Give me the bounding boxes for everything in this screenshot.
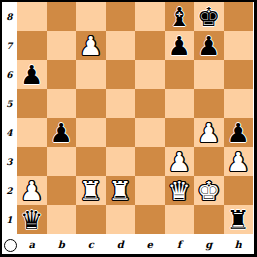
- square-e1[interactable]: [135, 205, 165, 234]
- black-king[interactable]: ♚: [197, 4, 220, 30]
- square-f5[interactable]: [165, 89, 195, 118]
- square-c6[interactable]: [76, 60, 106, 89]
- rank-label-7: 7: [2, 31, 17, 60]
- square-c3[interactable]: [76, 147, 106, 176]
- square-f2[interactable]: ♛: [165, 176, 195, 205]
- square-c1[interactable]: [76, 205, 106, 234]
- rank-label-6: 6: [2, 60, 17, 89]
- square-c4[interactable]: [76, 118, 106, 147]
- square-a1[interactable]: ♛: [17, 205, 47, 234]
- black-pawn[interactable]: ♟: [20, 62, 43, 88]
- rank-label-1: 1: [2, 205, 17, 234]
- square-a5[interactable]: [17, 89, 47, 118]
- file-label-d: d: [106, 235, 136, 253]
- white-pawn[interactable]: ♟: [227, 149, 250, 175]
- square-g4[interactable]: ♟: [194, 118, 224, 147]
- square-e8[interactable]: [135, 2, 165, 31]
- black-rook[interactable]: ♜: [227, 207, 250, 233]
- square-h8[interactable]: [224, 2, 254, 31]
- black-bishop[interactable]: ♝: [168, 4, 191, 30]
- square-h2[interactable]: [224, 176, 254, 205]
- square-b2[interactable]: [47, 176, 77, 205]
- square-a6[interactable]: ♟: [17, 60, 47, 89]
- square-f1[interactable]: [165, 205, 195, 234]
- diagram-background: ♝♚♟♟♟♟♟♟♟♟♟♟♜♜♛♚♛♜ 87654321 abcdefgh: [2, 2, 254, 254]
- white-to-move-indicator: [4, 239, 17, 252]
- white-pawn[interactable]: ♟: [79, 33, 102, 59]
- rank-labels: 87654321: [2, 2, 17, 234]
- square-e3[interactable]: [135, 147, 165, 176]
- square-b8[interactable]: [47, 2, 77, 31]
- square-e4[interactable]: [135, 118, 165, 147]
- square-a3[interactable]: [17, 147, 47, 176]
- square-e6[interactable]: [135, 60, 165, 89]
- square-a4[interactable]: [17, 118, 47, 147]
- square-h6[interactable]: [224, 60, 254, 89]
- square-h5[interactable]: [224, 89, 254, 118]
- square-g8[interactable]: ♚: [194, 2, 224, 31]
- rank-label-2: 2: [2, 176, 17, 205]
- square-g6[interactable]: [194, 60, 224, 89]
- black-pawn[interactable]: ♟: [197, 33, 220, 59]
- black-pawn[interactable]: ♟: [168, 33, 191, 59]
- square-b4[interactable]: ♟: [47, 118, 77, 147]
- square-e2[interactable]: [135, 176, 165, 205]
- square-h3[interactable]: ♟: [224, 147, 254, 176]
- square-a8[interactable]: [17, 2, 47, 31]
- black-pawn[interactable]: ♟: [50, 120, 73, 146]
- white-pawn[interactable]: ♟: [168, 149, 191, 175]
- square-d6[interactable]: [106, 60, 136, 89]
- white-pawn[interactable]: ♟: [20, 178, 43, 204]
- file-label-g: g: [194, 235, 224, 253]
- square-a2[interactable]: ♟: [17, 176, 47, 205]
- file-labels: abcdefgh: [17, 235, 253, 253]
- square-f8[interactable]: ♝: [165, 2, 195, 31]
- square-d2[interactable]: ♜: [106, 176, 136, 205]
- white-rook[interactable]: ♜: [109, 178, 132, 204]
- square-b5[interactable]: [47, 89, 77, 118]
- square-g7[interactable]: ♟: [194, 31, 224, 60]
- square-d1[interactable]: [106, 205, 136, 234]
- square-f4[interactable]: [165, 118, 195, 147]
- file-label-b: b: [47, 235, 77, 253]
- square-c2[interactable]: ♜: [76, 176, 106, 205]
- rank-label-5: 5: [2, 89, 17, 118]
- square-g2[interactable]: ♚: [194, 176, 224, 205]
- file-label-a: a: [17, 235, 47, 253]
- square-b1[interactable]: [47, 205, 77, 234]
- square-d4[interactable]: [106, 118, 136, 147]
- white-queen[interactable]: ♛: [168, 178, 191, 204]
- black-queen[interactable]: ♛: [20, 207, 43, 233]
- white-king[interactable]: ♚: [197, 178, 220, 204]
- square-a7[interactable]: [17, 31, 47, 60]
- white-rook[interactable]: ♜: [79, 178, 102, 204]
- square-c8[interactable]: [76, 2, 106, 31]
- square-e7[interactable]: [135, 31, 165, 60]
- square-g3[interactable]: [194, 147, 224, 176]
- square-f6[interactable]: [165, 60, 195, 89]
- square-h4[interactable]: ♟: [224, 118, 254, 147]
- square-c5[interactable]: [76, 89, 106, 118]
- file-label-h: h: [224, 235, 254, 253]
- square-g5[interactable]: [194, 89, 224, 118]
- rank-label-8: 8: [2, 2, 17, 31]
- file-label-c: c: [76, 235, 106, 253]
- square-c7[interactable]: ♟: [76, 31, 106, 60]
- square-d7[interactable]: [106, 31, 136, 60]
- square-f7[interactable]: ♟: [165, 31, 195, 60]
- chess-board: ♝♚♟♟♟♟♟♟♟♟♟♟♜♜♛♚♛♜: [17, 2, 253, 234]
- square-d3[interactable]: [106, 147, 136, 176]
- file-label-e: e: [135, 235, 165, 253]
- rank-label-3: 3: [2, 147, 17, 176]
- rank-label-4: 4: [2, 118, 17, 147]
- square-h7[interactable]: [224, 31, 254, 60]
- square-f3[interactable]: ♟: [165, 147, 195, 176]
- square-b3[interactable]: [47, 147, 77, 176]
- white-pawn[interactable]: ♟: [197, 120, 220, 146]
- square-d8[interactable]: [106, 2, 136, 31]
- square-h1[interactable]: ♜: [224, 205, 254, 234]
- square-b6[interactable]: [47, 60, 77, 89]
- square-e5[interactable]: [135, 89, 165, 118]
- square-b7[interactable]: [47, 31, 77, 60]
- square-d5[interactable]: [106, 89, 136, 118]
- square-g1[interactable]: [194, 205, 224, 234]
- chess-diagram: ♝♚♟♟♟♟♟♟♟♟♟♟♜♜♛♚♛♜ 87654321 abcdefgh: [0, 0, 257, 257]
- black-pawn[interactable]: ♟: [227, 120, 250, 146]
- file-label-f: f: [165, 235, 195, 253]
